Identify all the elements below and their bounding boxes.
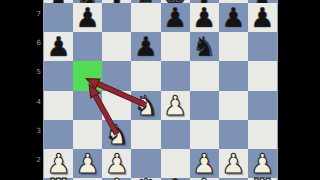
square-e1[interactable]: ♚ xyxy=(161,178,190,180)
square-d3[interactable] xyxy=(131,120,160,149)
square-c5[interactable] xyxy=(102,61,131,90)
square-g6[interactable] xyxy=(219,32,248,61)
rank-label-5: 5 xyxy=(28,69,41,76)
chess-video-frame: ♜♞♝♛♚♝♜♟♟♟♟♟♟♟♞♞♟♞♟♟♟♟♟♟♜♝♛♚♝♜ 765432 xyxy=(0,0,320,180)
square-a1[interactable]: ♜ xyxy=(44,178,73,180)
piece-black-pawn[interactable]: ♟ xyxy=(134,33,158,60)
square-h4[interactable] xyxy=(248,91,277,120)
square-h7[interactable]: ♟ xyxy=(248,3,277,32)
square-e3[interactable] xyxy=(161,120,190,149)
square-c6[interactable] xyxy=(102,32,131,61)
square-b1[interactable] xyxy=(73,178,102,180)
square-e7[interactable]: ♟ xyxy=(161,3,190,32)
square-c3[interactable]: ♞ xyxy=(102,120,131,149)
square-d5[interactable] xyxy=(131,61,160,90)
piece-white-pawn[interactable]: ♟ xyxy=(76,150,100,177)
piece-white-rook[interactable]: ♜ xyxy=(46,175,70,180)
piece-white-queen[interactable]: ♛ xyxy=(134,175,158,180)
rank-label-4: 4 xyxy=(28,99,41,106)
square-e6[interactable] xyxy=(161,32,190,61)
square-g4[interactable] xyxy=(219,91,248,120)
square-g2[interactable]: ♟ xyxy=(219,149,248,178)
square-d1[interactable]: ♛ xyxy=(131,178,160,180)
square-a5[interactable] xyxy=(44,61,73,90)
square-g7[interactable]: ♟ xyxy=(219,3,248,32)
piece-white-bishop[interactable]: ♝ xyxy=(105,175,129,180)
square-d4[interactable]: ♞ xyxy=(131,91,160,120)
square-f7[interactable]: ♟ xyxy=(190,3,219,32)
square-a3[interactable] xyxy=(44,120,73,149)
square-e5[interactable] xyxy=(161,61,190,90)
chess-board: ♜♞♝♛♚♝♜♟♟♟♟♟♟♟♞♞♟♞♟♟♟♟♟♟♜♝♛♚♝♜ xyxy=(44,0,277,180)
piece-black-pawn[interactable]: ♟ xyxy=(250,4,274,31)
square-b6[interactable] xyxy=(73,32,102,61)
square-a4[interactable] xyxy=(44,91,73,120)
piece-white-bishop[interactable]: ♝ xyxy=(192,175,216,180)
square-g1[interactable] xyxy=(219,178,248,180)
piece-black-pawn[interactable]: ♟ xyxy=(46,33,70,60)
piece-white-knight[interactable]: ♞ xyxy=(134,92,158,119)
square-a7[interactable] xyxy=(44,3,73,32)
square-f3[interactable] xyxy=(190,120,219,149)
square-b3[interactable] xyxy=(73,120,102,149)
square-b2[interactable]: ♟ xyxy=(73,149,102,178)
square-g5[interactable] xyxy=(219,61,248,90)
square-f6[interactable]: ♞ xyxy=(190,32,219,61)
piece-white-pawn[interactable]: ♟ xyxy=(163,92,187,119)
square-d7[interactable] xyxy=(131,3,160,32)
piece-black-pawn[interactable]: ♟ xyxy=(163,4,187,31)
square-c1[interactable]: ♝ xyxy=(102,178,131,180)
piece-white-knight[interactable]: ♞ xyxy=(105,121,129,148)
square-f1[interactable]: ♝ xyxy=(190,178,219,180)
rank-label-7: 7 xyxy=(28,11,41,18)
square-f5[interactable] xyxy=(190,61,219,90)
piece-white-pawn[interactable]: ♟ xyxy=(221,150,245,177)
square-c4[interactable] xyxy=(102,91,131,120)
piece-black-pawn[interactable]: ♟ xyxy=(76,4,100,31)
square-h3[interactable] xyxy=(248,120,277,149)
square-e4[interactable]: ♟ xyxy=(161,91,190,120)
rank-label-6: 6 xyxy=(28,40,41,47)
piece-white-rook[interactable]: ♜ xyxy=(250,175,274,180)
square-h6[interactable] xyxy=(248,32,277,61)
square-b5[interactable] xyxy=(73,61,102,90)
square-h1[interactable]: ♜ xyxy=(248,178,277,180)
square-g3[interactable] xyxy=(219,120,248,149)
square-a6[interactable]: ♟ xyxy=(44,32,73,61)
square-b7[interactable]: ♟ xyxy=(73,3,102,32)
square-f4[interactable] xyxy=(190,91,219,120)
piece-black-knight[interactable]: ♞ xyxy=(192,33,216,60)
square-d6[interactable]: ♟ xyxy=(131,32,160,61)
rank-label-3: 3 xyxy=(28,128,41,135)
square-c7[interactable] xyxy=(102,3,131,32)
rank-label-2: 2 xyxy=(28,157,41,164)
square-h5[interactable] xyxy=(248,61,277,90)
piece-white-king[interactable]: ♚ xyxy=(163,175,187,180)
piece-black-pawn[interactable]: ♟ xyxy=(192,4,216,31)
square-b4[interactable] xyxy=(73,91,102,120)
piece-black-pawn[interactable]: ♟ xyxy=(221,4,245,31)
